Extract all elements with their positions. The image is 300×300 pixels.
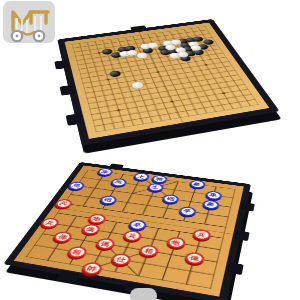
xiangqi-piece-character: 仕 bbox=[116, 256, 127, 263]
go-clasp-left-1 bbox=[54, 60, 69, 70]
xiangqi-piece-character: 帥 bbox=[86, 265, 98, 272]
two-board-product-photo[interactable]: 車士將象馬士車馬砲象砲卒卒兵炮兵兵傌兵炮俥傌相俥相仕帥 bbox=[0, 0, 300, 300]
go-grid bbox=[72, 26, 259, 132]
xiangqi-piece-character: 砲 bbox=[166, 196, 175, 201]
next-thumbnail-peek bbox=[130, 288, 157, 300]
xiangqi-board-face: 車士將象馬士車馬砲象砲卒卒兵炮兵兵傌兵炮俥傌相俥相仕帥 bbox=[3, 162, 251, 300]
cart-logo-watermark bbox=[3, 1, 55, 45]
xiangqi-piece-character: 將 bbox=[155, 177, 164, 181]
xiangqi-piece-character: 車 bbox=[101, 170, 110, 174]
xiangqi-clasp-right-1 bbox=[241, 202, 255, 211]
xiangqi-grid: 車士將象馬士車馬砲象砲卒卒兵炮兵兵傌兵炮俥傌相俥相仕帥 bbox=[26, 170, 236, 289]
xiangqi-piece-character: 俥 bbox=[57, 234, 68, 240]
xiangqi-piece-character: 傌 bbox=[100, 241, 111, 247]
xiangqi-piece-character: 馬 bbox=[72, 183, 81, 188]
xiangqi-piece-character: 炮 bbox=[171, 240, 181, 246]
xiangqi-piece-character: 士 bbox=[151, 185, 160, 190]
xiangqi-piece-character: 兵 bbox=[59, 201, 69, 206]
xiangqi-piece-character: 炮 bbox=[92, 216, 102, 221]
go-clasp-left-2 bbox=[60, 85, 76, 96]
xiangqi-piece-character: 相 bbox=[144, 248, 155, 254]
xiangqi-piece-character: 馬 bbox=[114, 180, 123, 184]
xiangqi-piece-character: 卒 bbox=[133, 222, 143, 228]
xiangqi-piece-character: 俥 bbox=[189, 255, 199, 262]
xiangqi-clasp-right-3 bbox=[227, 262, 244, 275]
xiangqi-piece-character: 兵 bbox=[197, 232, 207, 238]
xiangqi-piece-character: 兵 bbox=[127, 233, 137, 239]
xiangqi-piece-character: 象 bbox=[193, 182, 201, 186]
xiangqi-piece-character: 相 bbox=[71, 249, 82, 255]
xiangqi-piece-character: 車 bbox=[209, 193, 218, 198]
xiangqi-piece-character: 砲 bbox=[103, 197, 113, 202]
xiangqi-piece-character: 象 bbox=[206, 202, 215, 207]
xiangqi-piece-character: 兵 bbox=[45, 220, 56, 226]
xiangqi-clasp-right-2 bbox=[234, 230, 249, 241]
xiangqi-piece-character: 傌 bbox=[85, 227, 95, 233]
xiangqi-piece-character: 卒 bbox=[183, 208, 192, 213]
xiangqi-board: 車士將象馬士車馬砲象砲卒卒兵炮兵兵傌兵炮俥傌相俥相仕帥 bbox=[40, 120, 240, 300]
xiangqi-piece-character: 士 bbox=[137, 175, 146, 179]
